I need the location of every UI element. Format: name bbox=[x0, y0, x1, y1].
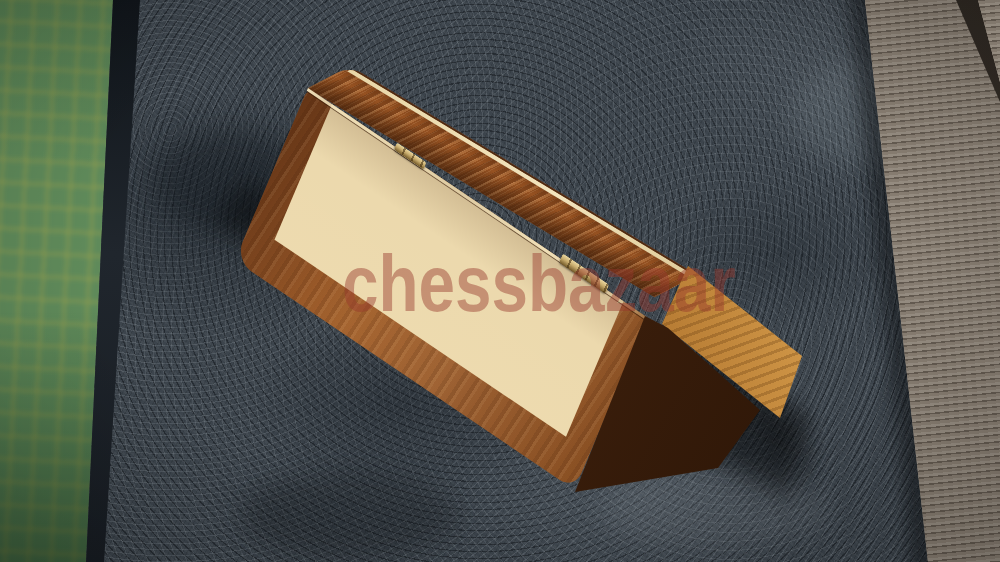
scene: chessbazaar bbox=[0, 0, 1000, 562]
watermark-text: chessbazaar bbox=[342, 238, 736, 330]
granite-vein bbox=[240, 470, 460, 560]
